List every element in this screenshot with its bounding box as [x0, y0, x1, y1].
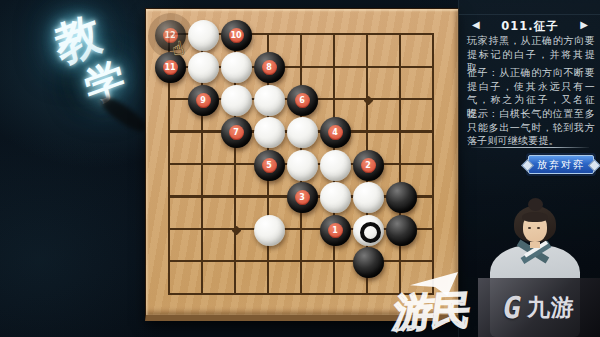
go-board[interactable]: 12☝1011896745231 — [145, 8, 459, 321]
move-number-badge: 2 — [361, 158, 376, 173]
move-number-badge: 6 — [295, 93, 310, 108]
giveup-game-button[interactable]: 放弃对弈 — [528, 155, 594, 174]
stone-black[interactable] — [386, 215, 417, 246]
move-number-badge: 8 — [262, 60, 277, 75]
stone-black[interactable] — [386, 182, 417, 213]
move-number-badge: 4 — [328, 125, 343, 140]
stone-white[interactable] — [254, 215, 285, 246]
stone-white[interactable] — [221, 85, 252, 116]
giveup-button-label: 放弃对弈 — [537, 159, 585, 170]
stone-black-4[interactable]: 4 — [320, 117, 351, 148]
stone-white[interactable] — [320, 150, 351, 181]
stone-black[interactable] — [353, 247, 384, 278]
stone-black-7[interactable]: 7 — [221, 117, 252, 148]
stone-white[interactable] — [287, 150, 318, 181]
move-number-badge: 3 — [295, 190, 310, 205]
stone-black-9[interactable]: 9 — [188, 85, 219, 116]
move-number-badge: 5 — [262, 158, 277, 173]
jiuyou-watermark-text: 九游 — [527, 292, 575, 323]
stone-black-2[interactable]: 2 — [353, 150, 384, 181]
stone-black-8[interactable]: 8 — [254, 52, 285, 83]
move-number-badge: 1 — [328, 223, 343, 238]
tutor-eye — [537, 227, 540, 229]
stone-white[interactable] — [254, 85, 285, 116]
panel-divider — [471, 147, 589, 148]
tutor-fringe — [522, 212, 548, 222]
hint-text: 提示：白棋长气的位置至多只能多出一气时，轮到我方落子则可继续要提。 — [467, 107, 595, 148]
stone-black-3[interactable]: 3 — [287, 182, 318, 213]
target-circle-marker — [360, 222, 381, 243]
lesson-title: 011.征子 — [501, 15, 558, 34]
next-lesson-icon[interactable]: ▶ — [577, 17, 591, 32]
stone-black-5[interactable]: 5 — [254, 150, 285, 181]
prev-lesson-icon[interactable]: ◀ — [469, 17, 483, 32]
lesson-header: ◀ 011.征子 ▶ — [459, 14, 600, 34]
stone-white[interactable] — [320, 182, 351, 213]
stone-black-6[interactable]: 6 — [287, 85, 318, 116]
stone-white[interactable] — [353, 182, 384, 213]
stone-white[interactable] — [188, 52, 219, 83]
stone-black-1[interactable]: 1 — [320, 215, 351, 246]
stone-white[interactable] — [221, 52, 252, 83]
move-number-badge: 9 — [196, 93, 211, 108]
stone-white[interactable] — [254, 117, 285, 148]
gamersky-watermark: 游民 — [390, 283, 474, 337]
jiuyou-watermark-bar: G 九游 — [478, 278, 600, 337]
stone-white[interactable] — [287, 117, 318, 148]
stone-white[interactable] — [353, 215, 384, 246]
move-number-badge: 11 — [163, 60, 178, 75]
tutor-hair-bun — [528, 198, 543, 211]
stone-black-10[interactable]: 10 — [221, 20, 252, 51]
move-number-badge: 7 — [229, 125, 244, 140]
move-number-badge: 10 — [229, 28, 244, 43]
stone-white[interactable] — [188, 20, 219, 51]
tutor-eye — [528, 227, 531, 229]
jiuyou-logo-icon: G — [500, 290, 524, 325]
